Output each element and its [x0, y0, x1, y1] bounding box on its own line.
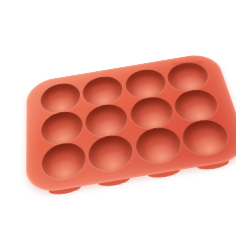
cup-bottom-bump: [49, 180, 82, 196]
muffin-cup-10: [87, 132, 135, 174]
cup-bottom-bump: [195, 156, 231, 172]
muffin-cup-3: [123, 67, 168, 101]
photo-background: [0, 0, 236, 236]
muffin-cup-5: [41, 109, 84, 147]
cup-grid: [39, 60, 234, 181]
muffin-cup-11: [133, 125, 184, 166]
muffin-cup-6: [84, 102, 129, 140]
muffin-cup-2: [82, 74, 125, 109]
muffin-cup-7: [128, 94, 176, 131]
muffin-cup-1: [40, 81, 81, 116]
muffin-cup-8: [172, 87, 222, 124]
muffin-cup-12: [179, 117, 232, 158]
muffin-cup-9: [41, 140, 87, 182]
pan-body: [26, 52, 236, 196]
cup-bottom-bump: [97, 172, 131, 188]
cup-bottom-bump: [147, 164, 182, 180]
muffin-pan: [26, 52, 236, 196]
